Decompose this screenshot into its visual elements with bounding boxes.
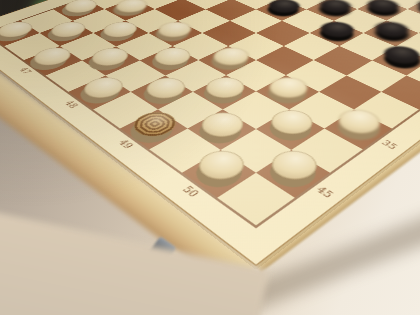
frame-number-45: 45 (311, 184, 338, 202)
photo-scene: 4647484950453525155 (0, 0, 420, 315)
frame-number-35: 35 (377, 138, 402, 153)
